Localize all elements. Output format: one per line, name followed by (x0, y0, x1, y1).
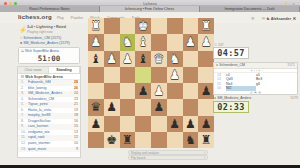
board-square[interactable] (151, 18, 167, 34)
board-action-icons[interactable]: ↺ ⚑ ☰ (214, 91, 297, 96)
black-p-piece[interactable]: ♟ (198, 83, 214, 99)
black-p-piece[interactable]: ♟ (104, 99, 120, 115)
black-p-piece[interactable]: ♟ (183, 116, 199, 132)
board-square[interactable]: ♜ (120, 132, 136, 148)
board-square[interactable] (104, 67, 120, 83)
board-square[interactable] (198, 51, 214, 67)
board-square[interactable]: ♞ (167, 51, 183, 67)
chevron-right-icon: › (204, 151, 205, 153)
white-p-piece[interactable]: ♟ (198, 34, 214, 50)
black-p-piece[interactable]: ♟ (88, 116, 104, 132)
tournament-link[interactable]: ⛁ Wch SuperBlitz Arena (21, 49, 77, 53)
board-square[interactable]: ♟ (151, 99, 167, 115)
online-dot-icon: ● (216, 63, 218, 68)
board-square[interactable]: ♞ (120, 34, 136, 50)
board-square[interactable] (135, 67, 151, 83)
bottom-player-plate[interactable]: ● SM_Medicine_Anders 1579 (214, 96, 298, 100)
online-dot-icon: ● (214, 96, 216, 100)
board-square[interactable]: ♜ (88, 18, 104, 34)
white-clock: 04:57 (213, 47, 249, 59)
board-square[interactable] (120, 116, 136, 132)
white-n-piece[interactable]: ♞ (120, 34, 136, 50)
board-square[interactable] (104, 34, 120, 50)
white-p-piece[interactable]: ♟ (183, 34, 199, 50)
board-square[interactable]: ♝ (135, 51, 151, 67)
move-number: 16 (217, 86, 226, 90)
chess-board[interactable]: ♜♚♜♟♞♝♟♟♝♟♟♝♛♞♟♟♟♟♛♟♟♟♟♟♟♚♜♞♜ (88, 18, 214, 148)
board-square[interactable] (167, 99, 183, 115)
board-square[interactable]: ♟ (198, 116, 214, 132)
white-r-piece[interactable]: ♜ (198, 18, 214, 34)
game-status-label: Playing right now (27, 30, 53, 34)
board-square[interactable]: ♟ (104, 51, 120, 67)
trophy-icon: ⛁ (21, 49, 24, 53)
black-p-piece[interactable]: ♟ (135, 83, 151, 99)
titlebar-icons[interactable]: ⚡ ⌕ (283, 1, 297, 6)
black-q-piece[interactable]: ♛ (88, 99, 104, 115)
board-square[interactable]: ♟ (183, 34, 199, 50)
board-square[interactable]: ♟ (183, 116, 199, 132)
chevron-right-icon: › (204, 156, 205, 158)
black-k-piece[interactable]: ♚ (104, 132, 120, 148)
white-player-link[interactable]: ○ Schneiderei_CM (1571) (20, 36, 61, 40)
white-p-piece[interactable]: ♟ (151, 83, 167, 99)
flip-board-bar[interactable]: Flip board› (128, 155, 208, 159)
dock-strip (0, 165, 300, 168)
user-menu[interactable]: ♞ Aleksander_K (266, 16, 296, 21)
black-p-piece[interactable]: ♟ (167, 116, 183, 132)
board-square[interactable]: ♚ (135, 18, 151, 34)
white-b-piece[interactable]: ♝ (135, 34, 151, 50)
board-square[interactable] (88, 67, 104, 83)
bottom-player-rating: 1579 (290, 96, 298, 100)
board-square[interactable] (198, 67, 214, 83)
white-n-piece[interactable]: ♞ (167, 51, 183, 67)
white-k-piece[interactable]: ♚ (135, 18, 151, 34)
board-square[interactable]: ♟ (88, 116, 104, 132)
standing-score: 9 (76, 147, 78, 153)
board-square[interactable]: ♝ (88, 51, 104, 67)
window-title: Lichess (0, 1, 300, 6)
board-square[interactable]: ♛ (88, 99, 104, 115)
board-square[interactable] (183, 99, 199, 115)
lichess-logo[interactable]: lichess.org (18, 14, 52, 20)
white-p-piece[interactable]: ♟ (120, 51, 136, 67)
board-square[interactable]: ♟ (198, 83, 214, 99)
black-p-piece[interactable]: ♟ (198, 116, 214, 132)
board-square[interactable] (135, 99, 151, 115)
board-square[interactable] (151, 34, 167, 50)
board-square[interactable] (88, 132, 104, 148)
board-square[interactable] (88, 83, 104, 99)
board-square[interactable] (151, 132, 167, 148)
board-square[interactable]: ♟ (120, 51, 136, 67)
board-square[interactable] (104, 83, 120, 99)
board-square[interactable]: ♟ (104, 99, 120, 115)
knight-user-icon: ♞ (266, 17, 269, 21)
tab-standing[interactable]: Standing (49, 67, 80, 73)
board-square[interactable]: ♜ (198, 132, 214, 148)
board-square[interactable] (120, 67, 136, 83)
white-q-piece[interactable]: ♛ (151, 51, 167, 67)
board-square[interactable]: ♟ (167, 116, 183, 132)
board-square[interactable] (183, 18, 199, 34)
side-panel: Chat room Standing ☷ Wch SuperBlitz Aren… (17, 66, 81, 158)
white-p-piece[interactable]: ♟ (167, 67, 183, 83)
standing-rank: 13. (21, 147, 28, 153)
board-square[interactable]: ♟ (167, 67, 183, 83)
black-n-piece[interactable]: ♞ (183, 132, 199, 148)
board-square[interactable] (167, 132, 183, 148)
black-r-piece[interactable]: ♜ (198, 132, 214, 148)
board-square[interactable]: ♞ (183, 132, 199, 148)
moves-list: 13c4a514Qd3Be315Ne4g616Nf2 (214, 73, 297, 91)
board-square[interactable] (120, 99, 136, 115)
board-square[interactable]: ♟ (88, 34, 104, 50)
bottom-player-name: SM_Medicine_Anders (217, 96, 290, 100)
moves-box: ● Schneiderei_CM 1571 « ‹ › » 13c4a514Qd… (213, 62, 298, 95)
nav-play[interactable]: Play (57, 16, 64, 20)
black-clock-active: 02:33 (213, 101, 249, 113)
board-square[interactable] (183, 67, 199, 83)
standing-row[interactable]: 13.quiet_move9 (18, 147, 80, 153)
board-square[interactable] (167, 18, 183, 34)
top-player-name: Schneiderei_CM (219, 63, 287, 68)
top-player-rating: 1571 (287, 63, 295, 68)
board-square[interactable]: ♚ (104, 132, 120, 148)
username-label: Aleksander_K (271, 17, 296, 21)
tournament-countdown: 51:00 (18, 54, 80, 63)
white-disc-icon: ○ (20, 36, 22, 40)
nav-puzzles[interactable]: Puzzles (71, 16, 83, 20)
board-square[interactable]: ♟ (151, 83, 167, 99)
standing-player-link[interactable]: quiet_move (28, 147, 76, 153)
board-square[interactable]: ♝ (135, 34, 151, 50)
board-square[interactable]: ♟ (135, 83, 151, 99)
black-player-link[interactable]: ● SM_Medicine_Anders (1579) (20, 41, 70, 45)
board-square[interactable] (167, 34, 183, 50)
white-p-piece[interactable]: ♟ (104, 51, 120, 67)
black-r-piece[interactable]: ♜ (120, 132, 136, 148)
board-square[interactable]: ♜ (198, 18, 214, 34)
board-square[interactable] (151, 116, 167, 132)
white-p-piece[interactable]: ♟ (88, 34, 104, 50)
white-r-piece[interactable]: ♜ (88, 18, 104, 34)
board-square[interactable] (167, 83, 183, 99)
board-square[interactable] (151, 67, 167, 83)
board-square[interactable] (120, 18, 136, 34)
game-type-label: 3+0 • Lightning • Rated (27, 25, 66, 29)
black-b-piece[interactable]: ♝ (88, 51, 104, 67)
board-square[interactable] (104, 116, 120, 132)
board-square[interactable] (183, 51, 199, 67)
board-square[interactable] (104, 18, 120, 34)
list-icon: ☷ (21, 75, 24, 79)
black-p-piece[interactable]: ♟ (151, 99, 167, 115)
black-b-piece[interactable]: ♝ (135, 51, 151, 67)
board-square[interactable]: ♟ (198, 34, 214, 50)
board-square[interactable]: ♛ (151, 51, 167, 67)
black-disc-icon: ● (20, 41, 22, 45)
board-square[interactable] (183, 83, 199, 99)
lightning-icon: ⚡ (19, 26, 27, 33)
board-square[interactable] (135, 132, 151, 148)
board-square[interactable] (198, 99, 214, 115)
standing-list: 1.Fabianski_GM282.blitz_koenig263.SM_Med… (18, 80, 80, 152)
replay-analyse-bar[interactable]: Replay and analyse› (128, 150, 208, 154)
board-square[interactable] (120, 83, 136, 99)
tab-chat-room[interactable]: Chat room (18, 67, 49, 73)
board-square[interactable] (135, 116, 151, 132)
